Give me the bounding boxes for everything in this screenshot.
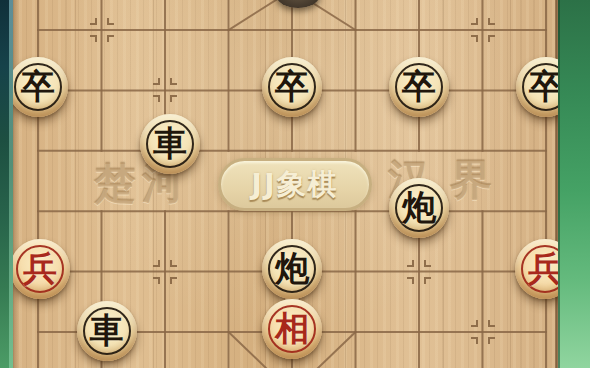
point-marker	[153, 78, 177, 102]
point-marker	[471, 320, 495, 344]
piece-character: 炮	[402, 190, 436, 224]
point-marker	[407, 260, 431, 284]
piece-character: 相	[275, 311, 309, 345]
piece-ring: 炮	[395, 184, 443, 232]
point-marker	[153, 260, 177, 284]
jj-xiangqi-logo-text: JJ象棋	[251, 165, 339, 205]
piece-character: 兵	[23, 251, 57, 285]
piece-ring: 兵	[16, 245, 64, 293]
letterbox-right-edge	[558, 0, 560, 368]
piece-character: 兵	[528, 251, 562, 285]
piece-ring: 卒	[268, 63, 316, 111]
piece-character: 卒	[402, 69, 436, 103]
piece-red-elephant[interactable]: 相	[262, 299, 322, 359]
piece-red-soldier[interactable]: 兵	[10, 239, 70, 299]
piece-black-soldier[interactable]: 卒	[8, 57, 68, 117]
piece-ring: 卒	[395, 63, 443, 111]
letterbox-left-highlight	[9, 0, 13, 368]
piece-ring: 相	[268, 305, 316, 353]
piece-character: 卒	[21, 69, 55, 103]
jj-xiangqi-logo: JJ象棋	[218, 158, 372, 211]
piece-black-soldier[interactable]: 卒	[262, 57, 322, 117]
point-marker	[471, 18, 495, 42]
point-marker	[90, 18, 114, 42]
piece-character: 車	[90, 313, 124, 347]
letterbox-left	[0, 0, 13, 368]
piece-character: 車	[153, 126, 187, 160]
piece-ring: 卒	[14, 63, 62, 111]
letterbox-right	[558, 0, 590, 368]
piece-ring: 車	[83, 307, 131, 355]
piece-ring: 炮	[268, 245, 316, 293]
piece-black-soldier[interactable]: 卒	[389, 57, 449, 117]
piece-black-cannon[interactable]: 炮	[262, 239, 322, 299]
piece-character: 炮	[275, 251, 309, 285]
piece-ring: 車	[146, 120, 194, 168]
xiangqi-game-screen: 楚河 汉界	[0, 0, 590, 368]
piece-character: 卒	[275, 69, 309, 103]
piece-black-chariot[interactable]: 車	[140, 114, 200, 174]
piece-black-cannon[interactable]: 炮	[389, 178, 449, 238]
piece-black-chariot[interactable]: 車	[77, 301, 137, 361]
